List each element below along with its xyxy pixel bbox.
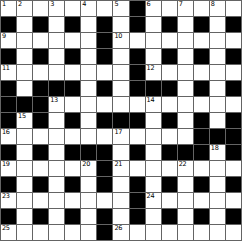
- cell-r12c13[interactable]: [210, 193, 225, 208]
- cell-r3c1[interactable]: [17, 49, 32, 64]
- cell-r6c5[interactable]: [81, 97, 96, 112]
- cell-r8c0[interactable]: 16: [1, 129, 16, 144]
- cell-r1c13[interactable]: [210, 17, 225, 32]
- block-cell-r5c12: [194, 81, 209, 96]
- block-cell-r1c4: [65, 17, 80, 32]
- cell-r12c4[interactable]: [65, 193, 80, 208]
- block-cell-r6c1: [17, 97, 32, 112]
- block-cell-r1c8: [130, 17, 145, 32]
- block-cell-r1c6: [97, 17, 112, 32]
- block-cell-r9c6: [97, 145, 112, 160]
- block-cell-r6c0: [1, 97, 16, 112]
- cell-r2c8[interactable]: [130, 33, 145, 48]
- cell-r2c12[interactable]: [194, 33, 209, 48]
- cell-r4c13[interactable]: [210, 65, 225, 80]
- cell-r14c7[interactable]: 26: [113, 225, 128, 240]
- cell-r10c0[interactable]: 19: [1, 161, 16, 176]
- cell-r3c11[interactable]: [178, 49, 193, 64]
- cell-r1c3[interactable]: [49, 17, 64, 32]
- cell-r5c1[interactable]: [17, 81, 32, 96]
- cell-r4c11[interactable]: [178, 65, 193, 80]
- block-cell-r5c14: [226, 81, 241, 96]
- clue-number-25: 25: [2, 225, 10, 232]
- block-cell-r8c12: [194, 129, 209, 144]
- clue-number-26: 26: [114, 225, 122, 232]
- cell-r10c11[interactable]: 22: [178, 161, 193, 176]
- cell-r0c12[interactable]: [194, 1, 209, 16]
- clue-number-6: 6: [147, 1, 151, 8]
- cell-r1c9[interactable]: [146, 17, 161, 32]
- clue-number-15: 15: [18, 113, 26, 120]
- cell-r9c13[interactable]: 18: [210, 145, 225, 160]
- cell-r8c9[interactable]: [146, 129, 161, 144]
- cell-r8c6[interactable]: [97, 129, 112, 144]
- cell-r6c12[interactable]: [194, 97, 209, 112]
- cell-r13c13[interactable]: [210, 209, 225, 224]
- cell-r4c1[interactable]: [17, 65, 32, 80]
- cell-r10c7[interactable]: 21: [113, 161, 128, 176]
- cell-r4c5[interactable]: [81, 65, 96, 80]
- cell-r0c6[interactable]: [97, 1, 112, 16]
- cell-r7c3[interactable]: [49, 113, 64, 128]
- block-cell-r5c3: [49, 81, 64, 96]
- block-cell-r3c6: [97, 49, 112, 64]
- cell-r2c13[interactable]: [210, 33, 225, 48]
- block-cell-r7c2: [33, 113, 48, 128]
- block-cell-r5c8: [130, 81, 145, 96]
- block-cell-r7c4: [65, 113, 80, 128]
- cell-r10c1[interactable]: [17, 161, 32, 176]
- block-cell-r14c6: [97, 225, 112, 240]
- block-cell-r11c8: [130, 177, 145, 192]
- block-cell-r5c2: [33, 81, 48, 96]
- cell-r0c10[interactable]: [162, 1, 177, 16]
- clue-number-10: 10: [114, 33, 122, 40]
- block-cell-r9c0: [1, 145, 16, 160]
- cell-r8c5[interactable]: [81, 129, 96, 144]
- block-cell-r13c2: [33, 209, 48, 224]
- cell-r14c4[interactable]: [65, 225, 80, 240]
- clue-number-8: 8: [211, 1, 215, 8]
- clue-number-2: 2: [18, 1, 22, 8]
- block-cell-r3c4: [65, 49, 80, 64]
- clue-number-20: 20: [82, 161, 90, 168]
- cell-r6c6[interactable]: [97, 97, 112, 112]
- block-cell-r5c9: [146, 81, 161, 96]
- clue-number-18: 18: [211, 145, 219, 152]
- clue-number-16: 16: [2, 129, 10, 136]
- block-cell-r7c10: [162, 113, 177, 128]
- cell-r3c3[interactable]: [49, 49, 64, 64]
- cell-r8c3[interactable]: [49, 129, 64, 144]
- cell-r1c1[interactable]: [17, 17, 32, 32]
- cell-r14c0[interactable]: 25: [1, 225, 16, 240]
- cell-r0c0[interactable]: 1: [1, 1, 16, 16]
- clue-number-1: 1: [2, 1, 6, 8]
- cell-r10c10[interactable]: [162, 161, 177, 176]
- block-cell-r9c4: [65, 145, 80, 160]
- cell-r12c2[interactable]: [33, 193, 48, 208]
- cell-r13c1[interactable]: [17, 209, 32, 224]
- block-cell-r9c2: [33, 145, 48, 160]
- cell-r12c7[interactable]: [113, 193, 128, 208]
- cell-r5c11[interactable]: [178, 81, 193, 96]
- cell-r7c9[interactable]: [146, 113, 161, 128]
- cell-r7c5[interactable]: [81, 113, 96, 128]
- cell-r14c10[interactable]: [162, 225, 177, 240]
- block-cell-r13c10: [162, 209, 177, 224]
- cell-r5c5[interactable]: [81, 81, 96, 96]
- cell-r10c5[interactable]: 20: [81, 161, 96, 176]
- cell-r10c13[interactable]: [210, 161, 225, 176]
- cell-r6c11[interactable]: [178, 97, 193, 112]
- cell-r1c5[interactable]: [81, 17, 96, 32]
- block-cell-r9c11: [178, 145, 193, 160]
- block-cell-r13c4: [65, 209, 80, 224]
- clue-number-19: 19: [2, 161, 10, 168]
- block-cell-r7c6: [97, 113, 112, 128]
- cell-r10c8[interactable]: [130, 161, 145, 176]
- block-cell-r9c5: [81, 145, 96, 160]
- clue-number-11: 11: [2, 65, 10, 72]
- cell-r2c1[interactable]: [17, 33, 32, 48]
- cell-r2c10[interactable]: [162, 33, 177, 48]
- block-cell-r7c0: [1, 113, 16, 128]
- cell-r8c4[interactable]: [65, 129, 80, 144]
- cell-r14c11[interactable]: [178, 225, 193, 240]
- cell-r8c7[interactable]: 17: [113, 129, 128, 144]
- cell-r2c7[interactable]: 10: [113, 33, 128, 48]
- clue-number-22: 22: [179, 161, 187, 168]
- cell-r2c2[interactable]: [33, 33, 48, 48]
- block-cell-r10c6: [97, 161, 112, 176]
- block-cell-r5c6: [97, 81, 112, 96]
- clue-number-7: 7: [179, 1, 183, 8]
- block-cell-r6c2: [33, 97, 48, 112]
- cell-r14c9[interactable]: [146, 225, 161, 240]
- cell-r11c7[interactable]: [113, 177, 128, 192]
- cell-r6c3[interactable]: 13: [49, 97, 64, 112]
- cell-r2c11[interactable]: [178, 33, 193, 48]
- clue-number-3: 3: [50, 1, 54, 8]
- cell-r7c13[interactable]: [210, 113, 225, 128]
- clue-number-9: 9: [2, 33, 6, 40]
- cell-r2c5[interactable]: [81, 33, 96, 48]
- block-cell-r5c4: [65, 81, 80, 96]
- cell-r11c1[interactable]: [17, 177, 32, 192]
- block-cell-r5c0: [1, 81, 16, 96]
- cell-r8c11[interactable]: [178, 129, 193, 144]
- block-cell-r3c8: [130, 49, 145, 64]
- cell-r12c0[interactable]: 23: [1, 193, 16, 208]
- cell-r2c0[interactable]: 9: [1, 33, 16, 48]
- cell-r0c9[interactable]: 6: [146, 1, 161, 16]
- cell-r11c3[interactable]: [49, 177, 64, 192]
- cell-r9c7[interactable]: [113, 145, 128, 160]
- clue-number-24: 24: [147, 193, 155, 200]
- clue-number-12: 12: [147, 65, 155, 72]
- cell-r4c14[interactable]: [226, 65, 241, 80]
- cell-r0c3[interactable]: 3: [49, 1, 64, 16]
- cell-r6c13[interactable]: [210, 97, 225, 112]
- cell-r11c13[interactable]: [210, 177, 225, 192]
- block-cell-r12c8: [130, 193, 145, 208]
- block-cell-r9c12: [194, 145, 209, 160]
- clue-number-17: 17: [114, 129, 122, 136]
- block-cell-r3c14: [226, 49, 241, 64]
- cell-r9c3[interactable]: [49, 145, 64, 160]
- block-cell-r11c14: [226, 177, 241, 192]
- cell-r6c14[interactable]: [226, 97, 241, 112]
- cell-r13c7[interactable]: [113, 209, 128, 224]
- cell-r9c1[interactable]: [17, 145, 32, 160]
- cell-r13c11[interactable]: [178, 209, 193, 224]
- block-cell-r7c7: [113, 113, 128, 128]
- cell-r14c5[interactable]: [81, 225, 96, 240]
- cell-r2c9[interactable]: [146, 33, 161, 48]
- cell-r10c2[interactable]: [33, 161, 48, 176]
- clue-number-4: 4: [82, 1, 86, 8]
- clue-number-13: 13: [50, 97, 58, 104]
- block-cell-r11c12: [194, 177, 209, 192]
- cell-r14c13[interactable]: [210, 225, 225, 240]
- cell-r6c10[interactable]: [162, 97, 177, 112]
- block-cell-r11c4: [65, 177, 80, 192]
- block-cell-r13c0: [1, 209, 16, 224]
- cell-r3c7[interactable]: [113, 49, 128, 64]
- cell-r2c14[interactable]: [226, 33, 241, 48]
- cell-r0c7[interactable]: 5: [113, 1, 128, 16]
- crossword-grid: 1234567891011121314151617181920212223242…: [0, 0, 242, 241]
- cell-r10c3[interactable]: [49, 161, 64, 176]
- cell-r12c5[interactable]: [81, 193, 96, 208]
- cell-r14c14[interactable]: [226, 225, 241, 240]
- cell-r14c12[interactable]: [194, 225, 209, 240]
- cell-r0c5[interactable]: 4: [81, 1, 96, 16]
- clue-number-14: 14: [147, 97, 155, 104]
- block-cell-r7c8: [130, 113, 145, 128]
- cell-r4c3[interactable]: [49, 65, 64, 80]
- clue-number-23: 23: [2, 193, 10, 200]
- cell-r3c9[interactable]: [146, 49, 161, 64]
- cell-r0c2[interactable]: [33, 1, 48, 16]
- cell-r3c5[interactable]: [81, 49, 96, 64]
- cell-r12c3[interactable]: [49, 193, 64, 208]
- block-cell-r1c0: [1, 17, 16, 32]
- block-cell-r11c10: [162, 177, 177, 192]
- cell-r7c1[interactable]: 15: [17, 113, 32, 128]
- cell-r2c3[interactable]: [49, 33, 64, 48]
- block-cell-r1c12: [194, 17, 209, 32]
- block-cell-r9c14: [226, 145, 241, 160]
- block-cell-r1c2: [33, 17, 48, 32]
- block-cell-r11c6: [97, 177, 112, 192]
- cell-r6c8[interactable]: [130, 97, 145, 112]
- cell-r0c4[interactable]: [65, 1, 80, 16]
- cell-r4c6[interactable]: [97, 65, 112, 80]
- cell-r14c1[interactable]: [17, 225, 32, 240]
- block-cell-r7c14: [226, 113, 241, 128]
- clue-number-21: 21: [114, 161, 122, 168]
- cell-r6c7[interactable]: [113, 97, 128, 112]
- cell-r14c2[interactable]: [33, 225, 48, 240]
- cell-r8c1[interactable]: [17, 129, 32, 144]
- block-cell-r11c2: [33, 177, 48, 192]
- cell-r13c3[interactable]: [49, 209, 64, 224]
- block-cell-r8c14: [226, 129, 241, 144]
- cell-r2c4[interactable]: [65, 33, 80, 48]
- block-cell-r1c10: [162, 17, 177, 32]
- cell-r0c14[interactable]: [226, 1, 241, 16]
- cell-r4c10[interactable]: [162, 65, 177, 80]
- block-cell-r3c2: [33, 49, 48, 64]
- cell-r4c4[interactable]: [65, 65, 80, 80]
- block-cell-r7c12: [194, 113, 209, 128]
- block-cell-r5c10: [162, 81, 177, 96]
- cell-r14c3[interactable]: [49, 225, 64, 240]
- block-cell-r3c12: [194, 49, 209, 64]
- cell-r4c12[interactable]: [194, 65, 209, 80]
- cell-r12c10[interactable]: [162, 193, 177, 208]
- cell-r13c9[interactable]: [146, 209, 161, 224]
- cell-r4c9[interactable]: 12: [146, 65, 161, 80]
- block-cell-r13c8: [130, 209, 145, 224]
- cell-r10c14[interactable]: [226, 161, 241, 176]
- cell-r12c11[interactable]: [178, 193, 193, 208]
- cell-r12c9[interactable]: 24: [146, 193, 161, 208]
- cell-r13c5[interactable]: [81, 209, 96, 224]
- cell-r10c9[interactable]: [146, 161, 161, 176]
- cell-r3c13[interactable]: [210, 49, 225, 64]
- block-cell-r11c0: [1, 177, 16, 192]
- cell-r5c7[interactable]: [113, 81, 128, 96]
- block-cell-r3c0: [1, 49, 16, 64]
- cell-r0c11[interactable]: 7: [178, 1, 193, 16]
- cell-r1c11[interactable]: [178, 17, 193, 32]
- block-cell-r8c13: [210, 129, 225, 144]
- cell-r11c11[interactable]: [178, 177, 193, 192]
- cell-r11c5[interactable]: [81, 177, 96, 192]
- block-cell-r1c14: [226, 17, 241, 32]
- cell-r8c2[interactable]: [33, 129, 48, 144]
- cell-r9c9[interactable]: [146, 145, 161, 160]
- block-cell-r3c10: [162, 49, 177, 64]
- cell-r4c7[interactable]: [113, 65, 128, 80]
- block-cell-r9c10: [162, 145, 177, 160]
- cell-r4c0[interactable]: 11: [1, 65, 16, 80]
- block-cell-r4c8: [130, 65, 145, 80]
- cell-r6c4[interactable]: [65, 97, 80, 112]
- cell-r1c7[interactable]: [113, 17, 128, 32]
- cell-r5c13[interactable]: [210, 81, 225, 96]
- block-cell-r13c12: [194, 209, 209, 224]
- cell-r10c4[interactable]: [65, 161, 80, 176]
- cell-r8c8[interactable]: [130, 129, 145, 144]
- cell-r12c1[interactable]: [17, 193, 32, 208]
- cell-r0c13[interactable]: 8: [210, 1, 225, 16]
- cell-r11c9[interactable]: [146, 177, 161, 192]
- cell-r8c10[interactable]: [162, 129, 177, 144]
- cell-r12c6[interactable]: [97, 193, 112, 208]
- cell-r12c12[interactable]: [194, 193, 209, 208]
- clue-number-5: 5: [114, 1, 118, 8]
- cell-r14c8[interactable]: [130, 225, 145, 240]
- block-cell-r2c6: [97, 33, 112, 48]
- block-cell-r13c6: [97, 209, 112, 224]
- cell-r0c1[interactable]: 2: [17, 1, 32, 16]
- block-cell-r9c8: [130, 145, 145, 160]
- cell-r4c2[interactable]: [33, 65, 48, 80]
- block-cell-r13c14: [226, 209, 241, 224]
- cell-r12c14[interactable]: [226, 193, 241, 208]
- cell-r7c11[interactable]: [178, 113, 193, 128]
- cell-r6c9[interactable]: 14: [146, 97, 161, 112]
- cell-r10c12[interactable]: [194, 161, 209, 176]
- block-cell-r0c8: [130, 1, 145, 16]
